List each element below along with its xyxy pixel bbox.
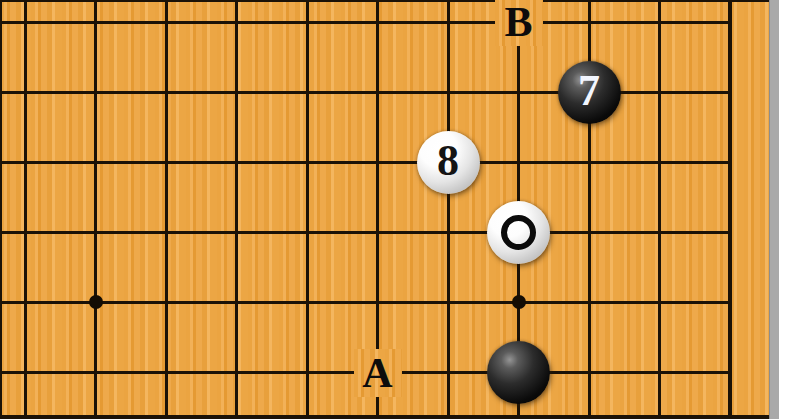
crop-edge-top (0, 0, 769, 2)
grid-line-vertical-col18 (658, 0, 661, 419)
crop-edge-bottom (0, 415, 769, 419)
grid-line-horizontal-row6 (0, 21, 732, 24)
grid-line-vertical-col19 (728, 0, 732, 419)
black-stone-7: 7 (558, 61, 621, 124)
stone-number: 8 (437, 139, 459, 183)
circle-mark-icon (501, 215, 536, 250)
grid-line-vertical-col11 (165, 0, 168, 419)
board-right-edge-trim (769, 0, 779, 419)
grid-line-vertical-col10 (94, 0, 97, 419)
star-point-jj (89, 295, 103, 309)
crop-edge-left (0, 0, 2, 419)
go-board-diagram: AB78 (0, 0, 800, 419)
point-label-B: B (495, 0, 543, 46)
grid-line-vertical-col15 (447, 0, 450, 419)
grid-line-vertical-col13 (306, 0, 309, 419)
point-label-text-B: B (504, 1, 532, 43)
star-point-pj (512, 295, 526, 309)
white-stone-8: 8 (417, 131, 480, 194)
grid-line-horizontal-row7 (0, 91, 732, 94)
point-label-A: A (354, 349, 402, 397)
goban-wood: AB78 (0, 0, 769, 419)
grid-line-vertical-col12 (235, 0, 238, 419)
grid-line-vertical-col9 (24, 0, 27, 419)
grid-line-horizontal-row10 (0, 301, 732, 304)
white-stone-circle-marked (487, 201, 550, 264)
point-label-text-A: A (362, 352, 392, 394)
stone-number: 7 (578, 69, 600, 113)
black-stone (487, 341, 550, 404)
grid-line-horizontal-row9 (0, 231, 732, 234)
grid-line-horizontal-row8 (0, 161, 732, 164)
